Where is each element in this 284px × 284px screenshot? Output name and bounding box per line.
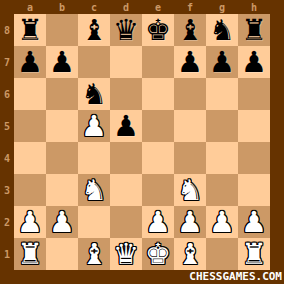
square-a8[interactable]: ♜ bbox=[14, 14, 46, 46]
square-f3[interactable]: ♞ bbox=[174, 174, 206, 206]
square-f5[interactable] bbox=[174, 110, 206, 142]
file-label-c: c bbox=[78, 0, 110, 14]
square-a5[interactable] bbox=[14, 110, 46, 142]
square-c5[interactable]: ♟ bbox=[78, 110, 110, 142]
piece-white-rook[interactable]: ♜ bbox=[17, 238, 43, 270]
square-d3[interactable] bbox=[110, 174, 142, 206]
square-b3[interactable] bbox=[46, 174, 78, 206]
piece-black-pawn[interactable]: ♟ bbox=[113, 110, 139, 142]
rank-label-4: 4 bbox=[0, 142, 14, 174]
rank-label-3: 3 bbox=[0, 174, 14, 206]
square-a6[interactable] bbox=[14, 78, 46, 110]
square-g3[interactable] bbox=[206, 174, 238, 206]
square-b6[interactable] bbox=[46, 78, 78, 110]
square-f4[interactable] bbox=[174, 142, 206, 174]
piece-white-bishop[interactable]: ♝ bbox=[81, 238, 107, 270]
square-h1[interactable]: ♜ bbox=[238, 238, 270, 270]
rank-label-7: 7 bbox=[0, 46, 14, 78]
rank-label-6: 6 bbox=[0, 78, 14, 110]
piece-white-pawn[interactable]: ♟ bbox=[241, 206, 267, 238]
square-b2[interactable]: ♟ bbox=[46, 206, 78, 238]
square-a3[interactable] bbox=[14, 174, 46, 206]
chess-board-frame: abcdefgh 87654321 ♜♝♛♚♝♞♜♟♟♟♟♟♞♟♟♞♞♟♟♟♟♟… bbox=[0, 0, 284, 284]
square-f6[interactable] bbox=[174, 78, 206, 110]
square-g7[interactable]: ♟ bbox=[206, 46, 238, 78]
piece-white-rook[interactable]: ♜ bbox=[241, 238, 267, 270]
square-e6[interactable] bbox=[142, 78, 174, 110]
square-e3[interactable] bbox=[142, 174, 174, 206]
square-c7[interactable] bbox=[78, 46, 110, 78]
piece-black-bishop[interactable]: ♝ bbox=[177, 14, 203, 46]
file-label-f: f bbox=[174, 0, 206, 14]
piece-black-knight[interactable]: ♞ bbox=[209, 14, 235, 46]
square-c1[interactable]: ♝ bbox=[78, 238, 110, 270]
watermark: CHESSGAMES.COM bbox=[189, 270, 282, 283]
rank-label-2: 2 bbox=[0, 206, 14, 238]
square-d7[interactable] bbox=[110, 46, 142, 78]
piece-black-king[interactable]: ♚ bbox=[145, 14, 171, 46]
square-b7[interactable]: ♟ bbox=[46, 46, 78, 78]
file-label-b: b bbox=[46, 0, 78, 14]
rank-label-1: 1 bbox=[0, 238, 14, 270]
square-d2[interactable] bbox=[110, 206, 142, 238]
square-c6[interactable]: ♞ bbox=[78, 78, 110, 110]
square-c2[interactable] bbox=[78, 206, 110, 238]
file-label-d: d bbox=[110, 0, 142, 14]
piece-black-pawn[interactable]: ♟ bbox=[177, 46, 203, 78]
square-c8[interactable]: ♝ bbox=[78, 14, 110, 46]
square-b5[interactable] bbox=[46, 110, 78, 142]
square-a7[interactable]: ♟ bbox=[14, 46, 46, 78]
piece-black-pawn[interactable]: ♟ bbox=[49, 46, 75, 78]
piece-white-queen[interactable]: ♛ bbox=[113, 238, 139, 270]
piece-white-pawn[interactable]: ♟ bbox=[177, 206, 203, 238]
square-b1[interactable] bbox=[46, 238, 78, 270]
file-label-h: h bbox=[238, 0, 270, 14]
file-label-g: g bbox=[206, 0, 238, 14]
square-b4[interactable] bbox=[46, 142, 78, 174]
square-e2[interactable]: ♟ bbox=[142, 206, 174, 238]
square-g1[interactable] bbox=[206, 238, 238, 270]
file-label-e: e bbox=[142, 0, 174, 14]
square-e4[interactable] bbox=[142, 142, 174, 174]
file-labels: abcdefgh bbox=[14, 0, 270, 14]
square-h8[interactable]: ♜ bbox=[238, 14, 270, 46]
square-e5[interactable] bbox=[142, 110, 174, 142]
square-g5[interactable] bbox=[206, 110, 238, 142]
square-d1[interactable]: ♛ bbox=[110, 238, 142, 270]
piece-white-pawn[interactable]: ♟ bbox=[17, 206, 43, 238]
square-h5[interactable] bbox=[238, 110, 270, 142]
square-g2[interactable]: ♟ bbox=[206, 206, 238, 238]
square-d5[interactable]: ♟ bbox=[110, 110, 142, 142]
piece-black-pawn[interactable]: ♟ bbox=[17, 46, 43, 78]
piece-black-pawn[interactable]: ♟ bbox=[241, 46, 267, 78]
piece-black-pawn[interactable]: ♟ bbox=[209, 46, 235, 78]
piece-white-pawn[interactable]: ♟ bbox=[81, 110, 107, 142]
square-h4[interactable] bbox=[238, 142, 270, 174]
square-b8[interactable] bbox=[46, 14, 78, 46]
square-h2[interactable]: ♟ bbox=[238, 206, 270, 238]
piece-white-pawn[interactable]: ♟ bbox=[209, 206, 235, 238]
chess-board: ♜♝♛♚♝♞♜♟♟♟♟♟♞♟♟♞♞♟♟♟♟♟♟♜♝♛♚♝♜ bbox=[14, 14, 270, 270]
square-g4[interactable] bbox=[206, 142, 238, 174]
square-e7[interactable] bbox=[142, 46, 174, 78]
square-h7[interactable]: ♟ bbox=[238, 46, 270, 78]
square-f8[interactable]: ♝ bbox=[174, 14, 206, 46]
rank-labels: 87654321 bbox=[0, 14, 14, 270]
piece-black-bishop[interactable]: ♝ bbox=[81, 14, 107, 46]
square-f2[interactable]: ♟ bbox=[174, 206, 206, 238]
piece-white-pawn[interactable]: ♟ bbox=[145, 206, 171, 238]
square-h6[interactable] bbox=[238, 78, 270, 110]
rank-label-5: 5 bbox=[0, 110, 14, 142]
square-a2[interactable]: ♟ bbox=[14, 206, 46, 238]
square-a4[interactable] bbox=[14, 142, 46, 174]
piece-black-rook[interactable]: ♜ bbox=[241, 14, 267, 46]
square-c4[interactable] bbox=[78, 142, 110, 174]
square-e8[interactable]: ♚ bbox=[142, 14, 174, 46]
square-g8[interactable]: ♞ bbox=[206, 14, 238, 46]
piece-white-bishop[interactable]: ♝ bbox=[177, 238, 203, 270]
file-label-a: a bbox=[14, 0, 46, 14]
square-h3[interactable] bbox=[238, 174, 270, 206]
square-d8[interactable]: ♛ bbox=[110, 14, 142, 46]
piece-white-knight[interactable]: ♞ bbox=[81, 174, 107, 206]
piece-white-knight[interactable]: ♞ bbox=[177, 174, 203, 206]
square-f7[interactable]: ♟ bbox=[174, 46, 206, 78]
piece-black-knight[interactable]: ♞ bbox=[81, 78, 107, 110]
rank-label-8: 8 bbox=[0, 14, 14, 46]
piece-black-rook[interactable]: ♜ bbox=[17, 14, 43, 46]
piece-white-pawn[interactable]: ♟ bbox=[49, 206, 75, 238]
square-d4[interactable] bbox=[110, 142, 142, 174]
square-e1[interactable]: ♚ bbox=[142, 238, 174, 270]
square-d6[interactable] bbox=[110, 78, 142, 110]
square-c3[interactable]: ♞ bbox=[78, 174, 110, 206]
square-f1[interactable]: ♝ bbox=[174, 238, 206, 270]
square-a1[interactable]: ♜ bbox=[14, 238, 46, 270]
piece-white-king[interactable]: ♚ bbox=[145, 238, 171, 270]
piece-black-queen[interactable]: ♛ bbox=[113, 14, 139, 46]
square-g6[interactable] bbox=[206, 78, 238, 110]
